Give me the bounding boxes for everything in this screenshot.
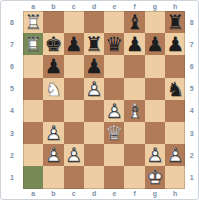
square-a6[interactable] [23, 55, 43, 77]
square-b1[interactable] [43, 166, 63, 188]
rank-label-left-6: 6 [1, 55, 23, 77]
piece-white-pawn[interactable]: ♟♙ [104, 100, 124, 122]
square-e2[interactable] [104, 144, 124, 166]
piece-black-pawn[interactable]: ♟ [145, 33, 165, 55]
rank-label-right-2: 2 [185, 144, 198, 166]
square-g8[interactable] [145, 11, 165, 33]
rank-label-left-8: 8 [1, 11, 23, 33]
square-h7[interactable]: ♟ [165, 33, 185, 55]
rank-label-right-5: 5 [185, 78, 198, 100]
rank-label-left-2: 2 [1, 144, 23, 166]
rank-label-right-6: 6 [185, 55, 198, 77]
square-d2[interactable] [84, 144, 104, 166]
square-a1[interactable] [23, 166, 43, 188]
file-label-top-d: d [84, 1, 104, 11]
square-b3[interactable]: ♟♙ [43, 122, 63, 144]
square-g6[interactable] [145, 55, 165, 77]
file-label-top-c: c [64, 1, 84, 11]
square-h1[interactable] [165, 166, 185, 188]
square-g3[interactable] [145, 122, 165, 144]
square-f1[interactable] [124, 166, 144, 188]
file-label-bottom-e: e [104, 189, 124, 200]
file-label-bottom-a: a [23, 189, 43, 200]
square-g1[interactable]: ♚♔ [145, 166, 165, 188]
piece-white-rook[interactable]: ♜♖ [23, 33, 43, 55]
square-f3[interactable] [124, 122, 144, 144]
square-f5[interactable] [124, 78, 144, 100]
square-h5[interactable]: ♞ [165, 78, 185, 100]
square-e3[interactable]: ♛♕ [104, 122, 124, 144]
rank-label-right-7: 7 [185, 33, 198, 55]
square-e8[interactable] [104, 11, 124, 33]
piece-black-pawn[interactable]: ♟ [84, 55, 104, 77]
square-e5[interactable] [104, 78, 124, 100]
square-e7[interactable]: ♛ [104, 33, 124, 55]
piece-black-knight[interactable]: ♞ [165, 78, 185, 100]
square-f6[interactable] [124, 55, 144, 77]
file-label-bottom-b: b [43, 189, 63, 200]
board-corner [1, 189, 23, 200]
chess-board: abcdefgh8♜♖♝♜87♜♖♚♟♜♛♟♟♟76♟♟65♞♘♟♙♞54♟♙♝… [1, 1, 198, 199]
square-h3[interactable] [165, 122, 185, 144]
square-c8[interactable] [64, 11, 84, 33]
square-a2[interactable] [23, 144, 43, 166]
square-a4[interactable] [23, 100, 43, 122]
square-f7[interactable]: ♟ [124, 33, 144, 55]
file-label-top-g: g [145, 1, 165, 11]
file-label-bottom-c: c [64, 189, 84, 200]
square-h6[interactable] [165, 55, 185, 77]
piece-black-rook[interactable]: ♜ [165, 11, 185, 33]
piece-black-king[interactable]: ♚ [43, 33, 63, 55]
piece-white-pawn[interactable]: ♟♙ [84, 78, 104, 100]
file-label-bottom-f: f [124, 189, 144, 200]
square-e1[interactable] [104, 166, 124, 188]
piece-black-pawn[interactable]: ♟ [64, 33, 84, 55]
square-g2[interactable]: ♟♙ [145, 144, 165, 166]
piece-black-pawn[interactable]: ♟ [124, 33, 144, 55]
square-d6[interactable]: ♟ [84, 55, 104, 77]
chess-board-panel: abcdefgh8♜♖♝♜87♜♖♚♟♜♛♟♟♟76♟♟65♞♘♟♙♞54♟♙♝… [0, 0, 199, 200]
square-g5[interactable] [145, 78, 165, 100]
rank-label-right-8: 8 [185, 11, 198, 33]
square-d8[interactable] [84, 11, 104, 33]
square-d4[interactable] [84, 100, 104, 122]
square-e6[interactable] [104, 55, 124, 77]
rank-label-right-4: 4 [185, 100, 198, 122]
piece-white-rook[interactable]: ♜♖ [23, 11, 43, 33]
square-a8[interactable]: ♜♖ [23, 11, 43, 33]
square-h4[interactable] [165, 100, 185, 122]
file-label-bottom-g: g [145, 189, 165, 200]
rank-label-left-4: 4 [1, 100, 23, 122]
rank-label-left-1: 1 [1, 166, 23, 188]
piece-white-pawn[interactable]: ♟♙ [145, 144, 165, 166]
square-a7[interactable]: ♜♖ [23, 33, 43, 55]
square-c3[interactable] [64, 122, 84, 144]
piece-white-bishop[interactable]: ♝♗ [124, 100, 144, 122]
rank-label-right-3: 3 [185, 122, 198, 144]
piece-white-queen[interactable]: ♛♕ [104, 122, 124, 144]
piece-black-pawn[interactable]: ♟ [43, 55, 63, 77]
piece-white-king[interactable]: ♚♔ [145, 166, 165, 188]
square-d3[interactable] [84, 122, 104, 144]
piece-black-bishop[interactable]: ♝ [124, 11, 144, 33]
piece-white-pawn[interactable]: ♟♙ [64, 144, 84, 166]
square-f4[interactable]: ♝♗ [124, 100, 144, 122]
square-e4[interactable]: ♟♙ [104, 100, 124, 122]
file-label-top-b: b [43, 1, 63, 11]
square-b7[interactable]: ♚ [43, 33, 63, 55]
square-d7[interactable]: ♜ [84, 33, 104, 55]
rank-label-left-5: 5 [1, 78, 23, 100]
piece-white-pawn[interactable]: ♟♙ [165, 144, 185, 166]
square-c6[interactable] [64, 55, 84, 77]
board-corner [185, 189, 198, 200]
square-d1[interactable] [84, 166, 104, 188]
square-g4[interactable] [145, 100, 165, 122]
square-c2[interactable]: ♟♙ [64, 144, 84, 166]
square-f8[interactable]: ♝ [124, 11, 144, 33]
rank-label-right-1: 1 [185, 166, 198, 188]
square-c5[interactable] [64, 78, 84, 100]
square-b5[interactable]: ♞♘ [43, 78, 63, 100]
square-c7[interactable]: ♟ [64, 33, 84, 55]
square-a5[interactable] [23, 78, 43, 100]
piece-black-pawn[interactable]: ♟ [165, 33, 185, 55]
square-d5[interactable]: ♟♙ [84, 78, 104, 100]
square-b8[interactable] [43, 11, 63, 33]
board-corner [185, 1, 198, 11]
square-a3[interactable] [23, 122, 43, 144]
piece-black-queen[interactable]: ♛ [104, 33, 124, 55]
file-label-top-e: e [104, 1, 124, 11]
square-b2[interactable]: ♟♙ [43, 144, 63, 166]
piece-white-pawn[interactable]: ♟♙ [43, 122, 63, 144]
square-g7[interactable]: ♟ [145, 33, 165, 55]
piece-white-knight[interactable]: ♞♘ [43, 78, 63, 100]
square-c4[interactable] [64, 100, 84, 122]
square-h8[interactable]: ♜ [165, 11, 185, 33]
square-b4[interactable] [43, 100, 63, 122]
square-b6[interactable]: ♟ [43, 55, 63, 77]
file-label-bottom-d: d [84, 189, 104, 200]
board-corner [1, 1, 23, 11]
square-f2[interactable] [124, 144, 144, 166]
piece-black-rook[interactable]: ♜ [84, 33, 104, 55]
file-label-bottom-h: h [165, 189, 185, 200]
rank-label-left-7: 7 [1, 33, 23, 55]
square-c1[interactable] [64, 166, 84, 188]
piece-white-pawn[interactable]: ♟♙ [43, 144, 63, 166]
rank-label-left-3: 3 [1, 122, 23, 144]
square-h2[interactable]: ♟♙ [165, 144, 185, 166]
